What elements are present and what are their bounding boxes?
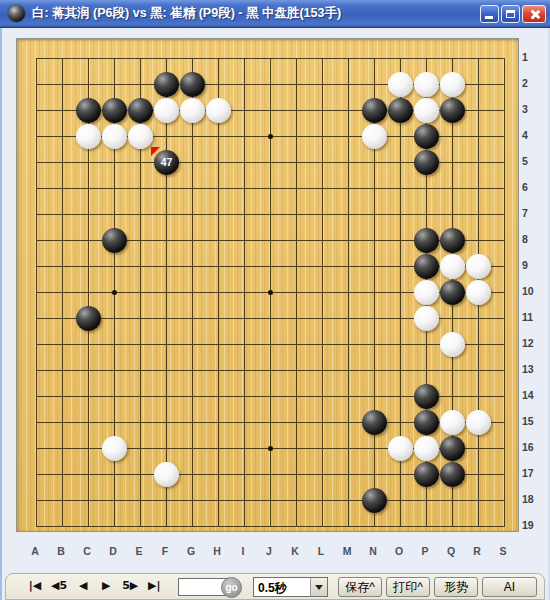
black-stone-g2 <box>180 72 205 97</box>
maximize-icon <box>506 10 515 18</box>
white-stone-d4 <box>102 124 127 149</box>
minimize-icon <box>485 16 493 19</box>
black-stone-q10 <box>440 280 465 305</box>
white-stone-p3 <box>414 98 439 123</box>
nav-first-button[interactable]: |◀ <box>28 579 42 592</box>
column-label-i: I <box>233 545 253 557</box>
star-point <box>268 134 273 139</box>
black-stone-q17 <box>440 462 465 487</box>
nav-back5-button[interactable]: ◀5 <box>51 579 67 592</box>
column-label-d: D <box>103 545 123 557</box>
white-stone-f3 <box>154 98 179 123</box>
nav-last-button[interactable]: ▶| <box>147 579 161 592</box>
column-label-j: J <box>259 545 279 557</box>
white-stone-q9 <box>440 254 465 279</box>
print-button[interactable]: 打印^ <box>386 577 430 597</box>
column-label-f: F <box>155 545 175 557</box>
column-label-n: N <box>363 545 383 557</box>
nav-forward-button[interactable]: ▶ <box>99 579 113 592</box>
minimize-button[interactable] <box>480 5 499 23</box>
toolbar: |◀◀5◀▶5▶▶| go 0.5秒 保存^打印^形势AI <box>5 573 545 600</box>
white-stone-o16 <box>388 436 413 461</box>
row-label-15: 15 <box>522 415 546 427</box>
row-label-16: 16 <box>522 441 546 453</box>
speed-dropdown-button[interactable] <box>310 578 327 596</box>
window-left-edge <box>0 28 2 600</box>
white-stone-q2 <box>440 72 465 97</box>
black-stone-f5: 47 <box>154 150 179 175</box>
row-label-18: 18 <box>522 493 546 505</box>
black-stone-p9 <box>414 254 439 279</box>
maximize-button[interactable] <box>501 5 520 23</box>
board-grid[interactable]: 47 <box>36 58 505 527</box>
column-label-e: E <box>129 545 149 557</box>
column-label-o: O <box>389 545 409 557</box>
white-stone-n4 <box>362 124 387 149</box>
black-stone-n3 <box>362 98 387 123</box>
speed-select[interactable]: 0.5秒 <box>253 577 328 597</box>
column-label-q: Q <box>441 545 461 557</box>
white-stone-r15 <box>466 410 491 435</box>
chevron-down-icon <box>315 585 323 590</box>
white-stone-r10 <box>466 280 491 305</box>
row-label-10: 10 <box>522 285 546 297</box>
row-label-5: 5 <box>522 155 546 167</box>
row-label-2: 2 <box>522 77 546 89</box>
row-label-14: 14 <box>522 389 546 401</box>
column-label-m: M <box>337 545 357 557</box>
white-stone-o2 <box>388 72 413 97</box>
white-stone-g3 <box>180 98 205 123</box>
white-stone-d16 <box>102 436 127 461</box>
row-label-9: 9 <box>522 259 546 271</box>
black-stone-e3 <box>128 98 153 123</box>
column-label-a: A <box>25 545 45 557</box>
row-label-12: 12 <box>522 337 546 349</box>
black-stone-f2 <box>154 72 179 97</box>
white-stone-q15 <box>440 410 465 435</box>
column-label-g: G <box>181 545 201 557</box>
column-label-s: S <box>493 545 513 557</box>
row-label-7: 7 <box>522 207 546 219</box>
black-stone-d8 <box>102 228 127 253</box>
white-stone-e4 <box>128 124 153 149</box>
column-label-k: K <box>285 545 305 557</box>
black-stone-o3 <box>388 98 413 123</box>
black-stone-n18 <box>362 488 387 513</box>
go-stone-app-icon <box>8 5 25 22</box>
nav-back-button[interactable]: ◀ <box>76 579 90 592</box>
territory-button[interactable]: 形势 <box>434 577 478 597</box>
black-stone-p5 <box>414 150 439 175</box>
black-stone-n15 <box>362 410 387 435</box>
row-label-13: 13 <box>522 363 546 375</box>
row-label-4: 4 <box>522 129 546 141</box>
black-stone-p15 <box>414 410 439 435</box>
white-stone-p16 <box>414 436 439 461</box>
white-stone-p10 <box>414 280 439 305</box>
white-stone-f17 <box>154 462 179 487</box>
row-label-1: 1 <box>522 51 546 63</box>
row-label-8: 8 <box>522 233 546 245</box>
black-stone-p17 <box>414 462 439 487</box>
star-point <box>268 446 273 451</box>
column-label-h: H <box>207 545 227 557</box>
white-stone-p11 <box>414 306 439 331</box>
go-board[interactable]: 47 <box>16 38 519 532</box>
close-button[interactable] <box>522 5 546 23</box>
star-point <box>268 290 273 295</box>
nav-buttons: |◀◀5◀▶5▶▶| <box>28 579 161 592</box>
black-stone-q8 <box>440 228 465 253</box>
black-stone-d3 <box>102 98 127 123</box>
black-stone-p4 <box>414 124 439 149</box>
row-label-6: 6 <box>522 181 546 193</box>
move-number-label: 47 <box>161 157 173 168</box>
black-stone-q16 <box>440 436 465 461</box>
row-label-19: 19 <box>522 519 546 531</box>
black-stone-c11 <box>76 306 101 331</box>
app-window: 白: 蒋其润 (P6段) vs 黑: 崔精 (P9段) - 黑 中盘胜(153手… <box>0 0 550 600</box>
column-label-b: B <box>51 545 71 557</box>
row-label-11: 11 <box>522 311 546 323</box>
title-bar[interactable]: 白: 蒋其润 (P6段) vs 黑: 崔精 (P9段) - 黑 中盘胜(153手… <box>0 0 550 28</box>
black-stone-q3 <box>440 98 465 123</box>
go-button[interactable]: go <box>221 577 242 598</box>
star-point <box>112 290 117 295</box>
white-stone-r9 <box>466 254 491 279</box>
white-stone-c4 <box>76 124 101 149</box>
white-stone-p2 <box>414 72 439 97</box>
save-button[interactable]: 保存^ <box>338 577 382 597</box>
row-label-17: 17 <box>522 467 546 479</box>
nav-forward5-button[interactable]: 5▶ <box>122 579 138 592</box>
row-label-3: 3 <box>522 103 546 115</box>
column-label-c: C <box>77 545 97 557</box>
speed-value: 0.5秒 <box>254 578 310 596</box>
white-stone-q12 <box>440 332 465 357</box>
column-label-r: R <box>467 545 487 557</box>
ai-button[interactable]: AI <box>482 577 537 597</box>
close-icon <box>529 9 540 20</box>
window-title: 白: 蒋其润 (P6段) vs 黑: 崔精 (P9段) - 黑 中盘胜(153手… <box>32 5 480 22</box>
white-stone-h3 <box>206 98 231 123</box>
column-label-l: L <box>311 545 331 557</box>
black-stone-p8 <box>414 228 439 253</box>
column-label-p: P <box>415 545 435 557</box>
black-stone-p14 <box>414 384 439 409</box>
current-move-marker-icon <box>151 147 160 156</box>
black-stone-c3 <box>76 98 101 123</box>
action-buttons: 保存^打印^形势AI <box>338 577 537 597</box>
